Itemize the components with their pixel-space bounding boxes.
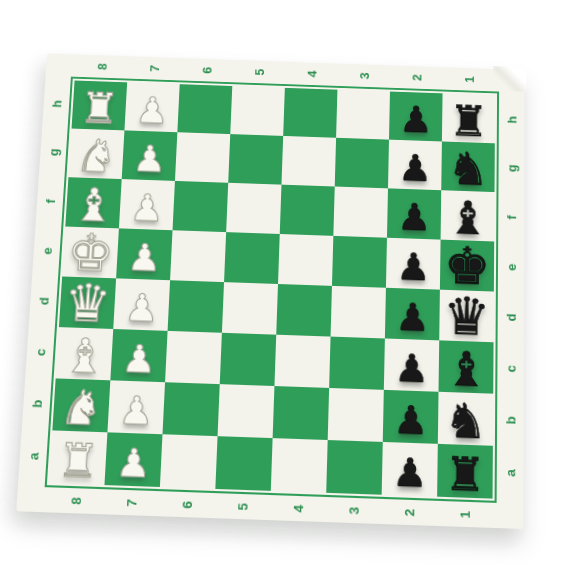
white-knight-piece: ♞ [68, 132, 124, 179]
white-king-piece: ♚ [62, 227, 119, 280]
black-pawn-piece: ♟ [389, 101, 442, 139]
black-king-piece: ♚ [440, 240, 494, 293]
square-a3[interactable] [326, 440, 383, 495]
square-e6[interactable] [170, 230, 226, 282]
square-g1[interactable]: ♞ [441, 141, 495, 192]
square-c4[interactable] [274, 335, 330, 388]
square-f2[interactable]: ♟ [387, 188, 441, 239]
white-queen-piece: ♛ [59, 276, 116, 330]
white-pawn-piece: ♟ [125, 92, 180, 130]
square-a1[interactable]: ♜ [437, 444, 493, 499]
square-f8[interactable]: ♝ [65, 177, 121, 228]
vinyl-chess-mat: 87654321 87654321 hgfedcba hgfedcba ♜♟♟♜… [16, 53, 524, 529]
square-g7[interactable]: ♟ [122, 130, 178, 181]
square-b1[interactable]: ♞ [438, 392, 493, 446]
square-b8[interactable]: ♞ [52, 378, 110, 432]
square-e1[interactable]: ♚ [440, 240, 494, 292]
white-pawn-piece: ♟ [122, 140, 177, 178]
square-e4[interactable] [278, 234, 333, 286]
square-g8[interactable]: ♞ [68, 129, 124, 180]
square-a4[interactable] [271, 438, 328, 493]
square-h6[interactable] [177, 84, 232, 134]
black-pawn-piece: ♟ [387, 198, 441, 237]
square-h2[interactable]: ♟ [389, 92, 443, 142]
white-pawn-piece: ♟ [116, 238, 172, 277]
square-c1[interactable]: ♝ [439, 340, 494, 393]
black-pawn-piece: ♟ [385, 298, 440, 338]
square-d7[interactable]: ♟ [113, 278, 170, 331]
square-g6[interactable] [175, 132, 230, 183]
square-h1[interactable]: ♜ [442, 93, 495, 143]
square-d4[interactable] [276, 284, 332, 337]
white-pawn-piece: ♟ [105, 443, 162, 484]
black-pawn-piece: ♟ [384, 348, 439, 388]
square-e7[interactable]: ♟ [116, 228, 172, 280]
white-bishop-piece: ♝ [65, 181, 121, 228]
white-pawn-piece: ♟ [108, 390, 165, 431]
square-f4[interactable] [280, 185, 335, 236]
square-f7[interactable]: ♟ [119, 179, 175, 230]
black-pawn-piece: ♟ [388, 149, 442, 187]
square-b7[interactable]: ♟ [107, 380, 165, 434]
square-a6[interactable] [160, 434, 218, 489]
black-knight-piece: ♞ [438, 396, 493, 446]
square-e3[interactable] [332, 236, 387, 288]
white-pawn-piece: ♟ [119, 189, 174, 228]
square-h4[interactable] [283, 88, 337, 138]
square-c8[interactable]: ♝ [56, 327, 114, 380]
square-h5[interactable] [230, 86, 285, 136]
square-h7[interactable]: ♟ [124, 82, 179, 132]
square-f3[interactable] [333, 186, 388, 237]
white-knight-piece: ♞ [52, 382, 110, 432]
square-f1[interactable]: ♝ [441, 190, 495, 241]
square-d6[interactable] [168, 280, 224, 333]
square-g4[interactable] [281, 136, 336, 187]
square-c7[interactable]: ♟ [110, 329, 167, 382]
square-b6[interactable] [162, 382, 219, 436]
square-e5[interactable] [224, 232, 280, 284]
square-g3[interactable] [335, 138, 389, 189]
black-pawn-piece: ♟ [386, 247, 440, 286]
square-d5[interactable] [222, 282, 278, 335]
black-knight-piece: ♞ [441, 145, 495, 192]
square-g2[interactable]: ♟ [388, 140, 442, 191]
square-d8[interactable]: ♛ [59, 276, 116, 329]
white-rook-piece: ♜ [49, 437, 107, 485]
black-pawn-piece: ♟ [382, 452, 438, 493]
square-a8[interactable]: ♜ [49, 430, 107, 485]
black-queen-piece: ♛ [439, 290, 494, 344]
square-c5[interactable] [220, 333, 276, 386]
square-a7[interactable]: ♟ [104, 432, 162, 487]
square-b3[interactable] [328, 388, 384, 442]
board-border-frame: ♜♟♟♜♞♟♟♞♝♟♟♝♚♟♟♚♛♟♟♛♝♟♟♝♞♟♟♞♜♟♟♜ [45, 77, 499, 503]
square-g5[interactable] [228, 134, 283, 185]
square-c3[interactable] [329, 337, 385, 390]
square-c2[interactable]: ♟ [384, 338, 439, 391]
square-f6[interactable] [173, 181, 229, 232]
black-rook-piece: ♜ [437, 450, 493, 499]
white-bishop-piece: ♝ [56, 331, 113, 380]
black-bishop-piece: ♝ [439, 344, 494, 393]
square-a5[interactable] [215, 436, 272, 491]
square-d1[interactable]: ♛ [439, 290, 494, 343]
file-labels-right: hgfedcba [497, 95, 525, 499]
square-h8[interactable]: ♜ [72, 81, 128, 131]
chess-mat-rotation-wrapper: 87654321 87654321 hgfedcba hgfedcba ♜♟♟♜… [24, 44, 532, 525]
black-pawn-piece: ♟ [383, 400, 439, 441]
square-b5[interactable] [218, 384, 275, 438]
square-b4[interactable] [273, 386, 330, 440]
black-bishop-piece: ♝ [441, 194, 495, 241]
white-pawn-piece: ♟ [113, 288, 169, 328]
chess-board: ♜♟♟♜♞♟♟♞♝♟♟♝♚♟♟♚♛♟♟♛♝♟♟♝♞♟♟♞♜♟♟♜ [49, 81, 495, 499]
black-rook-piece: ♜ [442, 99, 495, 143]
square-h3[interactable] [336, 90, 390, 140]
square-b2[interactable]: ♟ [383, 390, 439, 444]
square-d2[interactable]: ♟ [385, 288, 440, 341]
square-a2[interactable]: ♟ [382, 442, 438, 497]
mat-corner-fold [493, 66, 526, 91]
white-rook-piece: ♜ [72, 86, 127, 130]
square-e2[interactable]: ♟ [386, 238, 441, 290]
square-f5[interactable] [226, 183, 281, 234]
square-e8[interactable]: ♚ [62, 227, 119, 279]
product-photo-scene: 87654321 87654321 hgfedcba hgfedcba ♜♟♟♜… [0, 0, 580, 580]
white-pawn-piece: ♟ [111, 339, 168, 379]
square-d3[interactable] [331, 286, 386, 339]
square-c6[interactable] [165, 331, 222, 384]
